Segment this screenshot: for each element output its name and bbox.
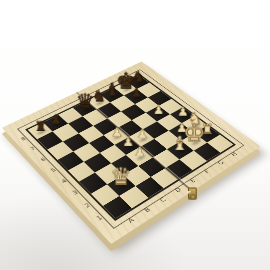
clasp-latch-icon	[188, 187, 197, 199]
board-squares: ♜♟♛♞♝♚♞♟♟♟♟♟♟♟♟♞♛♝♚♜	[25, 74, 236, 221]
perspective-wrapper: ♜♟♛♞♝♚♞♟♟♟♟♟♟♟♟♞♛♝♚♜ ABCDEFGH 12345678	[0, 0, 270, 270]
piece-white-pawn: ♟	[153, 104, 164, 116]
piece-white-pawn: ♟	[136, 127, 148, 140]
board-frame: ♜♟♛♞♝♚♞♟♟♟♟♟♟♟♟♞♛♝♚♜ ABCDEFGH 12345678	[2, 61, 261, 244]
piece-white-queen: ♛	[111, 165, 133, 189]
piece-black-pawn: ♟	[50, 113, 61, 126]
piece-white-pawn: ♟	[111, 126, 123, 139]
piece-black-rook: ♜	[35, 119, 47, 133]
piece-black-pawn: ♟	[131, 87, 142, 99]
piece-black-bishop: ♝	[105, 81, 121, 98]
piece-white-pawn: ♟	[122, 135, 134, 148]
piece-white-pawn: ♟	[134, 145, 146, 158]
product-photo-scene: ♜♟♛♞♝♚♞♟♟♟♟♟♟♟♟♞♛♝♚♜ ABCDEFGH 12345678	[0, 0, 270, 270]
piece-black-queen: ♛	[76, 91, 95, 112]
piece-white-bishop: ♝	[172, 134, 189, 153]
chess-board: ♜♟♛♞♝♚♞♟♟♟♟♟♟♟♟♞♛♝♚♜ ABCDEFGH 12345678	[2, 61, 261, 244]
